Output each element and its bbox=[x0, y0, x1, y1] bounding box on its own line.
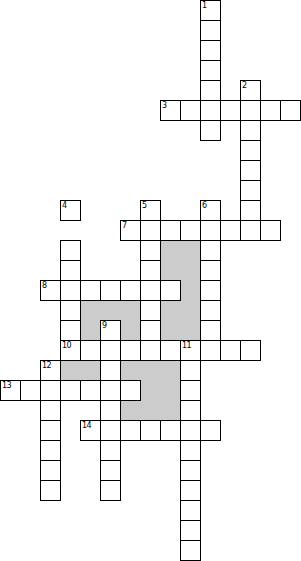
grid-cell[interactable]: 13 bbox=[0, 380, 21, 401]
grid-cell[interactable] bbox=[180, 480, 201, 501]
grid-cell[interactable] bbox=[20, 380, 41, 401]
grid-cell[interactable] bbox=[200, 100, 221, 121]
grid-cell[interactable] bbox=[100, 400, 121, 421]
blocked-cell bbox=[180, 240, 201, 261]
grid-cell[interactable] bbox=[220, 340, 241, 361]
clue-number: 6 bbox=[202, 201, 207, 210]
grid-cell[interactable]: 3 bbox=[160, 100, 181, 121]
grid-cell[interactable] bbox=[180, 460, 201, 481]
clue-number: 9 bbox=[102, 321, 107, 330]
clue-number: 7 bbox=[122, 221, 127, 230]
grid-cell[interactable] bbox=[180, 400, 201, 421]
grid-cell[interactable] bbox=[180, 520, 201, 541]
grid-cell[interactable] bbox=[140, 420, 161, 441]
grid-cell[interactable]: 8 bbox=[40, 280, 61, 301]
grid-cell[interactable] bbox=[160, 420, 181, 441]
grid-cell[interactable] bbox=[100, 460, 121, 481]
clue-number: 8 bbox=[42, 281, 47, 290]
grid-cell[interactable] bbox=[40, 420, 61, 441]
grid-cell[interactable] bbox=[100, 440, 121, 461]
grid-cell[interactable] bbox=[200, 280, 221, 301]
clue-number: 10 bbox=[62, 341, 71, 350]
grid-cell[interactable] bbox=[200, 300, 221, 321]
blocked-cell bbox=[160, 260, 181, 281]
blocked-cell bbox=[80, 320, 101, 341]
clue-number: 3 bbox=[162, 101, 167, 110]
grid-cell[interactable] bbox=[120, 380, 141, 401]
grid-cell[interactable]: 6 bbox=[200, 200, 221, 221]
blocked-cell bbox=[140, 380, 161, 401]
blocked-cell bbox=[180, 280, 201, 301]
clue-number: 14 bbox=[82, 421, 91, 430]
grid-cell[interactable] bbox=[100, 380, 121, 401]
grid-cell[interactable] bbox=[180, 380, 201, 401]
grid-cell[interactable] bbox=[60, 380, 81, 401]
grid-cell[interactable] bbox=[60, 260, 81, 281]
grid-cell[interactable] bbox=[240, 140, 261, 161]
clue-number: 4 bbox=[62, 201, 67, 210]
blocked-cell bbox=[180, 260, 201, 281]
blocked-cell bbox=[160, 380, 181, 401]
grid-cell[interactable] bbox=[40, 440, 61, 461]
grid-cell[interactable] bbox=[100, 280, 121, 301]
grid-cell[interactable] bbox=[200, 240, 221, 261]
blocked-cell bbox=[160, 300, 181, 321]
grid-cell[interactable] bbox=[200, 60, 221, 81]
grid-cell[interactable]: 1 bbox=[200, 0, 221, 21]
grid-cell[interactable]: 2 bbox=[240, 80, 261, 101]
grid-cell[interactable] bbox=[60, 300, 81, 321]
grid-cell[interactable] bbox=[240, 160, 261, 181]
grid-cell[interactable] bbox=[180, 420, 201, 441]
grid-cell[interactable]: 12 bbox=[40, 360, 61, 381]
grid-cell[interactable] bbox=[180, 100, 201, 121]
blocked-cell bbox=[140, 360, 161, 381]
grid-cell[interactable] bbox=[160, 340, 181, 361]
grid-cell[interactable] bbox=[60, 240, 81, 261]
grid-cell[interactable] bbox=[160, 280, 181, 301]
grid-cell[interactable] bbox=[140, 240, 161, 261]
grid-cell[interactable] bbox=[40, 480, 61, 501]
grid-cell[interactable] bbox=[80, 280, 101, 301]
clue-number: 11 bbox=[182, 341, 191, 350]
grid-cell[interactable] bbox=[240, 200, 261, 221]
blocked-cell bbox=[120, 300, 141, 321]
grid-cell[interactable] bbox=[200, 80, 221, 101]
grid-cell[interactable] bbox=[140, 280, 161, 301]
grid-cell[interactable] bbox=[60, 280, 81, 301]
grid-cell[interactable] bbox=[180, 540, 201, 561]
grid-cell[interactable] bbox=[100, 340, 121, 361]
grid-cell[interactable] bbox=[260, 100, 281, 121]
grid-cell[interactable] bbox=[80, 340, 101, 361]
grid-cell[interactable]: 7 bbox=[120, 220, 141, 241]
grid-cell[interactable] bbox=[180, 500, 201, 521]
grid-cell[interactable] bbox=[200, 340, 221, 361]
grid-cell[interactable]: 14 bbox=[80, 420, 101, 441]
clue-number: 13 bbox=[2, 381, 11, 390]
grid-cell[interactable] bbox=[240, 100, 261, 121]
blocked-cell bbox=[140, 400, 161, 421]
grid-cell[interactable] bbox=[140, 300, 161, 321]
grid-cell[interactable]: 4 bbox=[60, 200, 81, 221]
grid-cell[interactable] bbox=[240, 180, 261, 201]
blocked-cell bbox=[120, 360, 141, 381]
grid-cell[interactable] bbox=[220, 100, 241, 121]
blocked-cell bbox=[60, 360, 81, 381]
grid-cell[interactable]: 11 bbox=[180, 340, 201, 361]
grid-cell[interactable] bbox=[200, 40, 221, 61]
grid-cell[interactable] bbox=[240, 340, 261, 361]
clue-number: 5 bbox=[142, 201, 147, 210]
grid-cell[interactable] bbox=[180, 440, 201, 461]
grid-cell[interactable] bbox=[100, 480, 121, 501]
grid-cell[interactable] bbox=[140, 320, 161, 341]
grid-cell[interactable] bbox=[120, 280, 141, 301]
clue-number: 12 bbox=[42, 361, 51, 370]
blocked-cell bbox=[120, 320, 141, 341]
grid-cell[interactable] bbox=[40, 400, 61, 421]
grid-cell[interactable] bbox=[140, 340, 161, 361]
blocked-cell bbox=[180, 300, 201, 321]
grid-cell[interactable] bbox=[100, 420, 121, 441]
grid-cell[interactable] bbox=[80, 380, 101, 401]
blocked-cell bbox=[160, 400, 181, 421]
grid-cell[interactable] bbox=[160, 220, 181, 241]
grid-cell[interactable] bbox=[180, 360, 201, 381]
grid-cell[interactable] bbox=[40, 380, 61, 401]
grid-cell[interactable] bbox=[260, 220, 281, 241]
blocked-cell bbox=[180, 320, 201, 341]
grid-cell[interactable] bbox=[120, 340, 141, 361]
grid-cell[interactable] bbox=[200, 320, 221, 341]
grid-cell[interactable] bbox=[200, 20, 221, 41]
blocked-cell bbox=[160, 240, 181, 261]
grid-cell[interactable]: 10 bbox=[60, 340, 81, 361]
blocked-cell bbox=[80, 300, 101, 321]
grid-cell[interactable] bbox=[140, 260, 161, 281]
grid-cell[interactable]: 5 bbox=[140, 200, 161, 221]
grid-cell[interactable] bbox=[240, 220, 261, 241]
clue-number: 2 bbox=[242, 81, 247, 90]
grid-cell[interactable] bbox=[120, 420, 141, 441]
clue-number: 1 bbox=[202, 1, 207, 10]
grid-cell[interactable] bbox=[100, 360, 121, 381]
grid-cell[interactable] bbox=[60, 320, 81, 341]
crossword-board: 1234567891011121314 bbox=[0, 0, 301, 561]
grid-cell[interactable] bbox=[40, 460, 61, 481]
grid-cell[interactable] bbox=[200, 220, 221, 241]
blocked-cell bbox=[120, 400, 141, 421]
grid-cell[interactable] bbox=[200, 120, 221, 141]
grid-cell[interactable] bbox=[280, 100, 301, 121]
grid-cell[interactable]: 9 bbox=[100, 320, 121, 341]
blocked-cell bbox=[80, 360, 101, 381]
grid-cell[interactable] bbox=[200, 260, 221, 281]
grid-cell[interactable] bbox=[240, 120, 261, 141]
grid-cell[interactable] bbox=[220, 220, 241, 241]
blocked-cell bbox=[160, 360, 181, 381]
grid-cell[interactable] bbox=[180, 220, 201, 241]
grid-cell[interactable] bbox=[140, 220, 161, 241]
blocked-cell bbox=[100, 300, 121, 321]
blocked-cell bbox=[160, 320, 181, 341]
grid-cell[interactable] bbox=[200, 420, 221, 441]
